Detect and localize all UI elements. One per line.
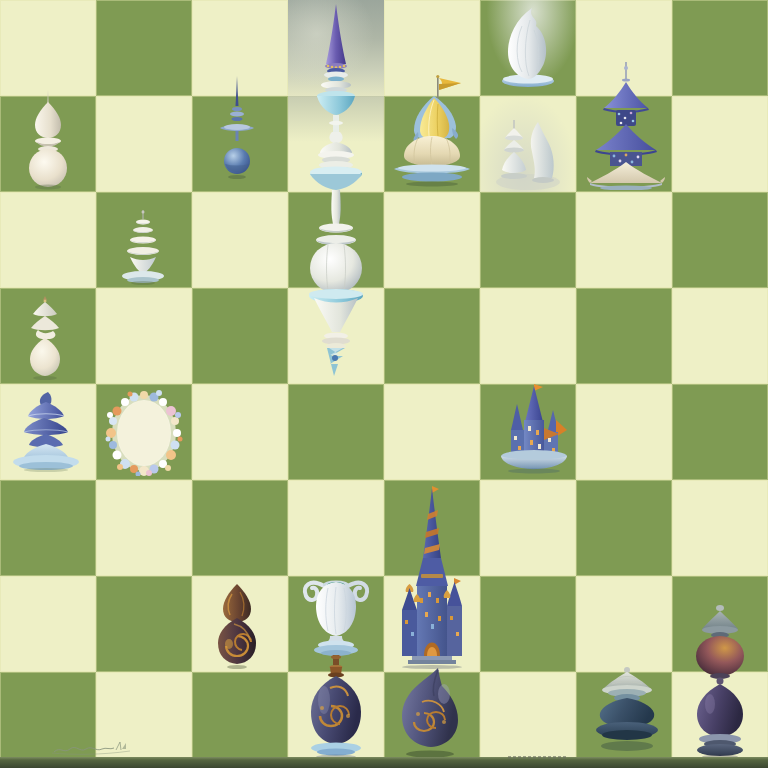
- piece-disctree[interactable]: [116, 210, 170, 286]
- square-c3[interactable]: [192, 480, 288, 576]
- square-b2[interactable]: [96, 576, 192, 672]
- board-bottom-edge: [0, 757, 768, 768]
- artist-signature: [50, 738, 134, 758]
- piece-bluepagoda[interactable]: [8, 392, 84, 472]
- piece-figvase[interactable]: [392, 666, 468, 760]
- square-b7[interactable]: [96, 96, 192, 192]
- piece-totem[interactable]: [300, 2, 372, 378]
- square-f3[interactable]: [480, 480, 576, 576]
- square-e5[interactable]: [384, 288, 480, 384]
- piece-pitcher[interactable]: [300, 574, 372, 666]
- piece-bronzeonion[interactable]: [212, 582, 262, 670]
- piece-boatcastle[interactable]: [496, 382, 572, 474]
- piece-stupa[interactable]: [20, 296, 70, 382]
- square-e4[interactable]: [384, 384, 480, 480]
- square-h7[interactable]: [672, 96, 768, 192]
- square-b5[interactable]: [96, 288, 192, 384]
- painting-chessboard: [0, 0, 768, 768]
- square-c6[interactable]: [192, 192, 288, 288]
- piece-flame[interactable]: [498, 6, 558, 90]
- piece-spirecastle[interactable]: [394, 486, 470, 670]
- square-g4[interactable]: [576, 384, 672, 480]
- square-b3[interactable]: [96, 480, 192, 576]
- piece-bluespire[interactable]: [218, 76, 256, 190]
- piece-wreath[interactable]: [104, 390, 184, 476]
- piece-oniondome[interactable]: [388, 74, 476, 190]
- piece-swirlvase[interactable]: [300, 664, 372, 760]
- square-d3[interactable]: [288, 480, 384, 576]
- square-c1[interactable]: [192, 672, 288, 768]
- square-h3[interactable]: [672, 480, 768, 576]
- square-g6[interactable]: [576, 192, 672, 288]
- square-a6[interactable]: [0, 192, 96, 288]
- square-a3[interactable]: [0, 480, 96, 576]
- piece-snowman[interactable]: [22, 90, 74, 190]
- square-f6[interactable]: [480, 192, 576, 288]
- square-d4[interactable]: [288, 384, 384, 480]
- square-g2[interactable]: [576, 576, 672, 672]
- piece-duo[interactable]: [494, 120, 562, 190]
- square-c4[interactable]: [192, 384, 288, 480]
- square-h4[interactable]: [672, 384, 768, 480]
- square-h8[interactable]: [672, 0, 768, 96]
- square-f5[interactable]: [480, 288, 576, 384]
- square-a2[interactable]: [0, 576, 96, 672]
- square-f1[interactable]: [480, 672, 576, 768]
- square-a8[interactable]: [0, 0, 96, 96]
- piece-spintop[interactable]: [592, 666, 662, 758]
- square-h6[interactable]: [672, 192, 768, 288]
- square-c5[interactable]: [192, 288, 288, 384]
- square-g3[interactable]: [576, 480, 672, 576]
- square-e6[interactable]: [384, 192, 480, 288]
- square-b8[interactable]: [96, 0, 192, 96]
- square-g5[interactable]: [576, 288, 672, 384]
- square-f2[interactable]: [480, 576, 576, 672]
- piece-darkfinial[interactable]: [686, 604, 754, 760]
- fine-print-caption: [508, 756, 566, 759]
- piece-pagoda[interactable]: [586, 62, 666, 190]
- square-h5[interactable]: [672, 288, 768, 384]
